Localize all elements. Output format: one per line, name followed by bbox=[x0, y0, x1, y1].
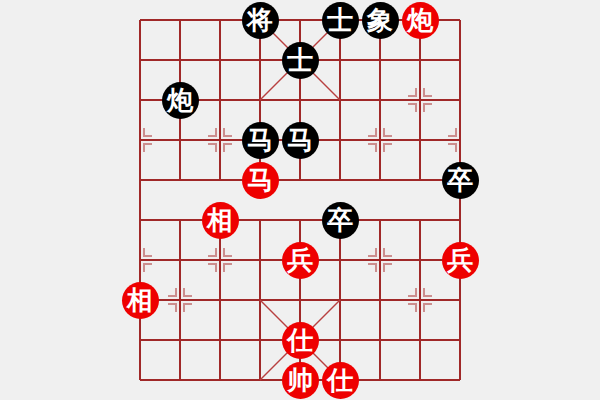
piece-black-horse[interactable]: 马 bbox=[242, 122, 279, 159]
piece-black-advisor[interactable]: 士 bbox=[282, 42, 319, 79]
board-point: 象 bbox=[360, 0, 400, 40]
board-point: 马 bbox=[240, 120, 280, 160]
board-point: 将 bbox=[240, 0, 280, 40]
board-point: 仕 bbox=[320, 360, 360, 400]
board-point: 帅 bbox=[280, 360, 320, 400]
board-point: 炮 bbox=[400, 0, 440, 40]
piece-black-horse[interactable]: 马 bbox=[282, 122, 319, 159]
board-point: 兵 bbox=[280, 240, 320, 280]
board-point: 马 bbox=[280, 120, 320, 160]
piece-black-elephant[interactable]: 象 bbox=[362, 2, 399, 39]
board-point: 仕 bbox=[280, 320, 320, 360]
board-point: 相 bbox=[120, 280, 160, 320]
piece-black-general[interactable]: 将 bbox=[242, 2, 279, 39]
piece-red-elephant[interactable]: 相 bbox=[202, 202, 239, 239]
piece-black-advisor[interactable]: 士 bbox=[322, 2, 359, 39]
piece-red-pawn[interactable]: 兵 bbox=[442, 242, 479, 279]
piece-red-advisor[interactable]: 仕 bbox=[322, 362, 359, 399]
board-point: 炮 bbox=[160, 80, 200, 120]
piece-red-horse[interactable]: 马 bbox=[242, 162, 279, 199]
board-point: 马 bbox=[240, 160, 280, 200]
piece-red-advisor[interactable]: 仕 bbox=[282, 322, 319, 359]
piece-red-elephant[interactable]: 相 bbox=[122, 282, 159, 319]
piece-red-king[interactable]: 帅 bbox=[282, 362, 319, 399]
board-point: 卒 bbox=[440, 160, 480, 200]
board-point: 士 bbox=[280, 40, 320, 80]
board-point: 兵 bbox=[440, 240, 480, 280]
xiangqi-board: 将士象炮士炮马马马卒相卒兵兵相仕帅仕 bbox=[120, 0, 480, 400]
board-point: 相 bbox=[200, 200, 240, 240]
board-point: 士 bbox=[320, 0, 360, 40]
piece-red-cannon[interactable]: 炮 bbox=[402, 2, 439, 39]
xiangqi-screenshot: 将士象炮士炮马马马卒相卒兵兵相仕帅仕 bbox=[0, 0, 600, 400]
board-point: 卒 bbox=[320, 200, 360, 240]
piece-black-cannon[interactable]: 炮 bbox=[162, 82, 199, 119]
piece-red-pawn[interactable]: 兵 bbox=[282, 242, 319, 279]
piece-black-pawn[interactable]: 卒 bbox=[322, 202, 359, 239]
piece-black-pawn[interactable]: 卒 bbox=[442, 162, 479, 199]
